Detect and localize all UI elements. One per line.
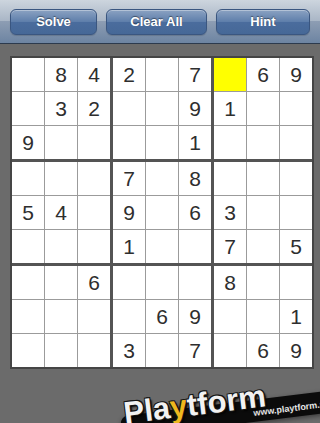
sudoku-box-7: 6	[12, 266, 110, 367]
sudoku-cell-r7c7[interactable]: 8	[214, 266, 246, 299]
sudoku-cell-r1c4[interactable]: 2	[113, 58, 145, 91]
sudoku-cell-r7c6[interactable]	[179, 266, 211, 299]
sudoku-cell-r9c5[interactable]	[146, 334, 178, 367]
sudoku-cell-r6c8[interactable]	[247, 230, 279, 263]
sudoku-cell-r3c1[interactable]: 9	[12, 126, 44, 159]
sudoku-cell-r3c4[interactable]	[113, 126, 145, 159]
sudoku-cell-r7c9[interactable]	[280, 266, 312, 299]
sudoku-cell-r4c3[interactable]	[78, 162, 110, 195]
sudoku-cell-r8c5[interactable]: 6	[146, 300, 178, 333]
sudoku-box-2: 2791	[113, 58, 211, 159]
sudoku-cell-r3c5[interactable]	[146, 126, 178, 159]
toolbar: Solve Clear All Hint	[0, 0, 320, 44]
sudoku-cell-r3c3[interactable]	[78, 126, 110, 159]
sudoku-cell-r1c8[interactable]: 6	[247, 58, 279, 91]
sudoku-cell-r9c2[interactable]	[45, 334, 77, 367]
sudoku-cell-r3c8[interactable]	[247, 126, 279, 159]
sudoku-cell-r5c6[interactable]: 6	[179, 196, 211, 229]
sudoku-cell-r9c4[interactable]: 3	[113, 334, 145, 367]
sudoku-cell-r6c7[interactable]: 7	[214, 230, 246, 263]
logo-part-y: y	[168, 388, 189, 423]
sudoku-cell-r7c1[interactable]	[12, 266, 44, 299]
sudoku-cell-r8c7[interactable]	[214, 300, 246, 333]
sudoku-cell-r5c4[interactable]: 9	[113, 196, 145, 229]
playtform-watermark: www.playtform.net Playtform	[115, 362, 320, 423]
sudoku-box-4: 54	[12, 162, 110, 263]
logo-part-tform: tform	[185, 378, 268, 422]
sudoku-cell-r1c9[interactable]: 9	[280, 58, 312, 91]
sudoku-cell-r7c5[interactable]	[146, 266, 178, 299]
sudoku-box-6: 375	[214, 162, 312, 263]
sudoku-board: 8432927916915478961375669378169	[10, 56, 314, 369]
sudoku-cell-r3c6[interactable]: 1	[179, 126, 211, 159]
hint-button[interactable]: Hint	[216, 9, 310, 35]
sudoku-cell-r9c9[interactable]: 9	[280, 334, 312, 367]
sudoku-cell-r2c5[interactable]	[146, 92, 178, 125]
sudoku-cell-r2c6[interactable]: 9	[179, 92, 211, 125]
sudoku-cell-r6c1[interactable]	[12, 230, 44, 263]
sudoku-cell-r8c1[interactable]	[12, 300, 44, 333]
sudoku-box-1: 84329	[12, 58, 110, 159]
sudoku-cell-r1c7[interactable]	[214, 58, 246, 91]
sudoku-cell-r6c6[interactable]	[179, 230, 211, 263]
sudoku-box-5: 78961	[113, 162, 211, 263]
sudoku-cell-r5c5[interactable]	[146, 196, 178, 229]
sudoku-cell-r5c9[interactable]	[280, 196, 312, 229]
sudoku-cell-r1c6[interactable]: 7	[179, 58, 211, 91]
sudoku-cell-r5c3[interactable]	[78, 196, 110, 229]
sudoku-cell-r8c8[interactable]	[247, 300, 279, 333]
sudoku-cell-r4c9[interactable]	[280, 162, 312, 195]
sudoku-cell-r3c7[interactable]	[214, 126, 246, 159]
sudoku-cell-r8c9[interactable]: 1	[280, 300, 312, 333]
sudoku-cell-r9c3[interactable]	[78, 334, 110, 367]
watermark-url: www.playtform.net	[253, 398, 320, 418]
sudoku-cell-r7c4[interactable]	[113, 266, 145, 299]
sudoku-cell-r2c3[interactable]: 2	[78, 92, 110, 125]
sudoku-cell-r4c5[interactable]	[146, 162, 178, 195]
sudoku-box-9: 8169	[214, 266, 312, 367]
sudoku-cell-r6c2[interactable]	[45, 230, 77, 263]
sudoku-cell-r3c9[interactable]	[280, 126, 312, 159]
watermark-logo-text: Playtform	[122, 378, 268, 423]
sudoku-cell-r4c8[interactable]	[247, 162, 279, 195]
sudoku-cell-r6c9[interactable]: 5	[280, 230, 312, 263]
watermark-bar	[120, 389, 320, 423]
sudoku-cell-r9c7[interactable]	[214, 334, 246, 367]
sudoku-cell-r1c1[interactable]	[12, 58, 44, 91]
sudoku-cell-r9c8[interactable]: 6	[247, 334, 279, 367]
sudoku-cell-r1c3[interactable]: 4	[78, 58, 110, 91]
sudoku-app-screen: Solve Clear All Hint 8432927916915478961…	[0, 0, 320, 423]
sudoku-cell-r4c2[interactable]	[45, 162, 77, 195]
sudoku-cell-r4c7[interactable]	[214, 162, 246, 195]
sudoku-cell-r2c2[interactable]: 3	[45, 92, 77, 125]
sudoku-cell-r5c7[interactable]: 3	[214, 196, 246, 229]
sudoku-cell-r4c1[interactable]	[12, 162, 44, 195]
sudoku-cell-r5c2[interactable]: 4	[45, 196, 77, 229]
sudoku-box-3: 691	[214, 58, 312, 159]
sudoku-cell-r8c2[interactable]	[45, 300, 77, 333]
sudoku-cell-r2c1[interactable]	[12, 92, 44, 125]
sudoku-cell-r7c3[interactable]: 6	[78, 266, 110, 299]
solve-button[interactable]: Solve	[10, 9, 97, 35]
sudoku-cell-r2c7[interactable]: 1	[214, 92, 246, 125]
sudoku-cell-r9c1[interactable]	[12, 334, 44, 367]
logo-part-pla: Pla	[122, 390, 172, 423]
sudoku-cell-r1c2[interactable]: 8	[45, 58, 77, 91]
sudoku-cell-r5c8[interactable]	[247, 196, 279, 229]
sudoku-cell-r7c8[interactable]	[247, 266, 279, 299]
sudoku-cell-r4c4[interactable]: 7	[113, 162, 145, 195]
sudoku-cell-r5c1[interactable]: 5	[12, 196, 44, 229]
sudoku-cell-r2c4[interactable]	[113, 92, 145, 125]
sudoku-cell-r6c3[interactable]	[78, 230, 110, 263]
sudoku-cell-r8c4[interactable]	[113, 300, 145, 333]
sudoku-box-8: 6937	[113, 266, 211, 367]
sudoku-cell-r2c8[interactable]	[247, 92, 279, 125]
sudoku-cell-r9c6[interactable]: 7	[179, 334, 211, 367]
sudoku-cell-r7c2[interactable]	[45, 266, 77, 299]
sudoku-cell-r3c2[interactable]	[45, 126, 77, 159]
sudoku-cell-r6c5[interactable]	[146, 230, 178, 263]
sudoku-cell-r4c6[interactable]: 8	[179, 162, 211, 195]
sudoku-cell-r1c5[interactable]	[146, 58, 178, 91]
sudoku-cell-r8c3[interactable]	[78, 300, 110, 333]
sudoku-cell-r6c4[interactable]: 1	[113, 230, 145, 263]
sudoku-cell-r2c9[interactable]	[280, 92, 312, 125]
clear-all-button[interactable]: Clear All	[106, 9, 207, 35]
sudoku-cell-r8c6[interactable]: 9	[179, 300, 211, 333]
